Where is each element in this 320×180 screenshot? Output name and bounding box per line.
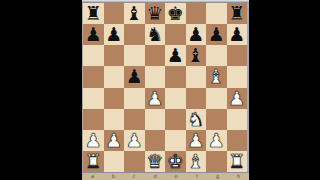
- square-e8[interactable]: ♚: [165, 3, 186, 24]
- square-c5[interactable]: ♟: [124, 66, 145, 87]
- square-e5[interactable]: [165, 66, 186, 87]
- square-f3[interactable]: ♞: [186, 109, 207, 130]
- square-h6[interactable]: [227, 45, 248, 66]
- white-pawn-piece: ♟: [126, 130, 143, 149]
- black-pawn-piece: ♟: [228, 25, 245, 44]
- square-c4[interactable]: [124, 88, 145, 109]
- white-pawn-piece: ♟: [105, 130, 122, 149]
- black-knight-piece: ♞: [146, 25, 163, 44]
- white-rook-piece: ♜: [85, 151, 102, 170]
- square-e2[interactable]: [165, 130, 186, 151]
- square-a6[interactable]: [83, 45, 104, 66]
- file-label-g: g: [207, 173, 228, 180]
- square-a4[interactable]: [83, 88, 104, 109]
- square-c3[interactable]: [124, 109, 145, 130]
- white-rook-piece: ♜: [228, 151, 245, 170]
- square-h4[interactable]: ♟: [227, 88, 248, 109]
- square-f4[interactable]: [186, 88, 207, 109]
- black-queen-piece: ♛: [146, 4, 163, 23]
- square-b7[interactable]: ♟: [104, 24, 125, 45]
- black-rook-piece: ♜: [85, 4, 102, 23]
- square-f5[interactable]: [186, 66, 207, 87]
- file-label-b: b: [103, 173, 124, 180]
- square-g4[interactable]: [206, 88, 227, 109]
- square-a1[interactable]: ♜: [83, 151, 104, 172]
- square-e4[interactable]: [165, 88, 186, 109]
- black-pawn-piece: ♟: [105, 25, 122, 44]
- square-h1[interactable]: ♜: [227, 151, 248, 172]
- square-b3[interactable]: [104, 109, 125, 130]
- square-b1[interactable]: [104, 151, 125, 172]
- square-e7[interactable]: [165, 24, 186, 45]
- square-f6[interactable]: ♝: [186, 45, 207, 66]
- square-e3[interactable]: [165, 109, 186, 130]
- file-label-e: e: [166, 173, 187, 180]
- black-pawn-piece: ♟: [187, 25, 204, 44]
- square-b5[interactable]: [104, 66, 125, 87]
- board-wrap: ♜♝♛♚♜♟♟♞♟♟♟♟♝♟♝♟♟♞♟♟♟♟♟♜♛♚♝♜: [82, 3, 249, 172]
- white-pawn-piece: ♟: [146, 88, 163, 107]
- letterbox-left: [0, 0, 82, 180]
- square-d3[interactable]: [145, 109, 166, 130]
- black-pawn-piece: ♟: [208, 25, 225, 44]
- square-d2[interactable]: [145, 130, 166, 151]
- white-bishop-piece: ♝: [187, 151, 204, 170]
- chessboard: ♜♝♛♚♜♟♟♞♟♟♟♟♝♟♝♟♟♞♟♟♟♟♟♜♛♚♝♜: [83, 3, 247, 172]
- square-f7[interactable]: ♟: [186, 24, 207, 45]
- black-king-piece: ♚: [167, 4, 184, 23]
- square-e6[interactable]: ♟: [165, 45, 186, 66]
- square-a3[interactable]: [83, 109, 104, 130]
- square-h8[interactable]: ♜: [227, 3, 248, 24]
- square-d1[interactable]: ♛: [145, 151, 166, 172]
- square-g2[interactable]: ♟: [206, 130, 227, 151]
- black-pawn-piece: ♟: [167, 46, 184, 65]
- chessboard-frame: ♜♝♛♚♜♟♟♞♟♟♟♟♝♟♝♟♟♞♟♟♟♟♟♜♛♚♝♜ abcdefgh: [82, 0, 249, 180]
- white-queen-piece: ♛: [146, 151, 163, 170]
- square-f2[interactable]: ♟: [186, 130, 207, 151]
- square-a5[interactable]: [83, 66, 104, 87]
- square-b2[interactable]: ♟: [104, 130, 125, 151]
- file-label-f: f: [186, 173, 207, 180]
- square-g5[interactable]: ♝: [206, 66, 227, 87]
- square-c1[interactable]: [124, 151, 145, 172]
- square-b4[interactable]: [104, 88, 125, 109]
- white-pawn-piece: ♟: [208, 130, 225, 149]
- square-g1[interactable]: [206, 151, 227, 172]
- square-a8[interactable]: ♜: [83, 3, 104, 24]
- white-king-piece: ♚: [167, 151, 184, 170]
- square-b8[interactable]: [104, 3, 125, 24]
- file-coordinates-strip: abcdefgh: [82, 172, 249, 180]
- letterbox-right: [249, 0, 320, 180]
- square-d4[interactable]: ♟: [145, 88, 166, 109]
- square-f1[interactable]: ♝: [186, 151, 207, 172]
- square-c6[interactable]: [124, 45, 145, 66]
- square-d6[interactable]: [145, 45, 166, 66]
- square-g6[interactable]: [206, 45, 227, 66]
- square-a7[interactable]: ♟: [83, 24, 104, 45]
- square-c8[interactable]: ♝: [124, 3, 145, 24]
- square-d8[interactable]: ♛: [145, 3, 166, 24]
- white-knight-piece: ♞: [187, 109, 204, 128]
- file-label-a: a: [82, 173, 103, 180]
- square-f8[interactable]: [186, 3, 207, 24]
- file-label-d: d: [145, 173, 166, 180]
- square-g3[interactable]: [206, 109, 227, 130]
- white-pawn-piece: ♟: [85, 130, 102, 149]
- file-label-h: h: [228, 173, 249, 180]
- black-bishop-piece: ♝: [187, 46, 204, 65]
- square-d5[interactable]: [145, 66, 166, 87]
- black-pawn-piece: ♟: [85, 25, 102, 44]
- white-bishop-piece: ♝: [208, 67, 225, 86]
- square-e1[interactable]: ♚: [165, 151, 186, 172]
- square-h2[interactable]: [227, 130, 248, 151]
- square-d7[interactable]: ♞: [145, 24, 166, 45]
- black-bishop-piece: ♝: [126, 4, 143, 23]
- white-pawn-piece: ♟: [228, 88, 245, 107]
- square-c2[interactable]: ♟: [124, 130, 145, 151]
- square-g7[interactable]: ♟: [206, 24, 227, 45]
- square-c7[interactable]: [124, 24, 145, 45]
- square-g8[interactable]: [206, 3, 227, 24]
- square-h3[interactable]: [227, 109, 248, 130]
- black-pawn-piece: ♟: [126, 67, 143, 86]
- square-a2[interactable]: ♟: [83, 130, 104, 151]
- white-pawn-piece: ♟: [187, 130, 204, 149]
- square-h5[interactable]: [227, 66, 248, 87]
- file-label-c: c: [124, 173, 145, 180]
- black-rook-piece: ♜: [228, 4, 245, 23]
- square-b6[interactable]: [104, 45, 125, 66]
- square-h7[interactable]: ♟: [227, 24, 248, 45]
